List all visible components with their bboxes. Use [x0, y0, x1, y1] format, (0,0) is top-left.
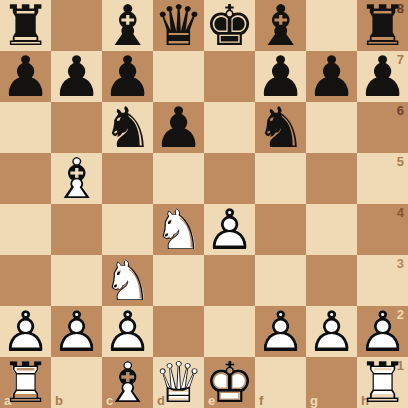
white-piece-outline: ♗ — [51, 153, 102, 204]
black-knight-f6-icon[interactable]: ♞ — [255, 102, 306, 153]
square-h1[interactable]: 1h♜♖ — [357, 357, 408, 408]
square-b2[interactable]: ♟♙ — [51, 306, 102, 357]
black-piece-fill: ♛ — [153, 0, 204, 51]
square-d8[interactable]: ♛ — [153, 0, 204, 51]
white-piece-outline: ♙ — [51, 306, 102, 357]
square-f6[interactable]: ♞ — [255, 102, 306, 153]
square-e8[interactable]: ♚ — [204, 0, 255, 51]
square-g5[interactable] — [306, 153, 357, 204]
black-piece-fill: ♟ — [153, 102, 204, 153]
white-bishop-c1-icon[interactable]: ♝♗ — [102, 357, 153, 408]
white-piece-outline: ♙ — [306, 306, 357, 357]
square-h5[interactable]: 5 — [357, 153, 408, 204]
square-d6[interactable]: ♟ — [153, 102, 204, 153]
square-a4[interactable] — [0, 204, 51, 255]
white-piece-outline: ♔ — [204, 357, 255, 408]
white-piece-outline: ♙ — [255, 306, 306, 357]
square-h4[interactable]: 4 — [357, 204, 408, 255]
square-e1[interactable]: e♚♔ — [204, 357, 255, 408]
black-piece-fill: ♟ — [306, 51, 357, 102]
square-b1[interactable]: b — [51, 357, 102, 408]
square-g2[interactable]: ♟♙ — [306, 306, 357, 357]
square-d4[interactable]: ♞♘ — [153, 204, 204, 255]
black-queen-d8-icon[interactable]: ♛ — [153, 0, 204, 51]
square-h6[interactable]: 6 — [357, 102, 408, 153]
file-label-b: b — [55, 394, 63, 407]
chess-board: ♜♝♛♚♝8♜♟♟♟♟♟7♟♞♟♞6♝♗5♞♘♟♙4♞♘3♟♙♟♙♟♙♟♙♟♙2… — [0, 0, 408, 408]
white-pawn-f2-icon[interactable]: ♟♙ — [255, 306, 306, 357]
white-pawn-g2-icon[interactable]: ♟♙ — [306, 306, 357, 357]
file-label-g: g — [310, 394, 318, 407]
rank-label-4: 4 — [397, 206, 404, 219]
white-piece-outline: ♙ — [204, 204, 255, 255]
white-piece-outline: ♖ — [0, 357, 51, 408]
white-bishop-b5-icon[interactable]: ♝♗ — [51, 153, 102, 204]
square-a1[interactable]: a♜♖ — [0, 357, 51, 408]
square-f5[interactable] — [255, 153, 306, 204]
white-rook-a1-icon[interactable]: ♜♖ — [0, 357, 51, 408]
square-f1[interactable]: f — [255, 357, 306, 408]
white-pawn-e4-icon[interactable]: ♟♙ — [204, 204, 255, 255]
square-c5[interactable] — [102, 153, 153, 204]
square-a7[interactable]: ♟ — [0, 51, 51, 102]
black-pawn-h7-icon[interactable]: ♟ — [357, 51, 408, 102]
white-piece-outline: ♗ — [102, 357, 153, 408]
white-piece-outline: ♕ — [153, 357, 204, 408]
square-c1[interactable]: c♝♗ — [102, 357, 153, 408]
white-piece-outline: ♖ — [357, 357, 408, 408]
rank-label-3: 3 — [397, 257, 404, 270]
black-piece-fill: ♞ — [102, 102, 153, 153]
black-pawn-b7-icon[interactable]: ♟ — [51, 51, 102, 102]
square-f4[interactable] — [255, 204, 306, 255]
white-king-e1-icon[interactable]: ♚♔ — [204, 357, 255, 408]
black-pawn-d6-icon[interactable]: ♟ — [153, 102, 204, 153]
black-piece-fill: ♞ — [255, 102, 306, 153]
black-king-e8-icon[interactable]: ♚ — [204, 0, 255, 51]
white-piece-outline: ♘ — [153, 204, 204, 255]
square-b7[interactable]: ♟ — [51, 51, 102, 102]
black-piece-fill: ♚ — [204, 0, 255, 51]
black-pawn-a7-icon[interactable]: ♟ — [0, 51, 51, 102]
square-e4[interactable]: ♟♙ — [204, 204, 255, 255]
file-label-f: f — [259, 394, 263, 407]
square-c6[interactable]: ♞ — [102, 102, 153, 153]
rank-label-5: 5 — [397, 155, 404, 168]
square-h7[interactable]: 7♟ — [357, 51, 408, 102]
black-knight-c6-icon[interactable]: ♞ — [102, 102, 153, 153]
square-b4[interactable] — [51, 204, 102, 255]
white-knight-d4-icon[interactable]: ♞♘ — [153, 204, 204, 255]
white-rook-h1-icon[interactable]: ♜♖ — [357, 357, 408, 408]
square-d1[interactable]: d♛♕ — [153, 357, 204, 408]
black-pawn-g7-icon[interactable]: ♟ — [306, 51, 357, 102]
square-g6[interactable] — [306, 102, 357, 153]
square-e6[interactable] — [204, 102, 255, 153]
square-g1[interactable]: g — [306, 357, 357, 408]
square-g7[interactable]: ♟ — [306, 51, 357, 102]
square-a5[interactable] — [0, 153, 51, 204]
black-piece-fill: ♟ — [0, 51, 51, 102]
square-e3[interactable] — [204, 255, 255, 306]
white-pawn-b2-icon[interactable]: ♟♙ — [51, 306, 102, 357]
white-queen-d1-icon[interactable]: ♛♕ — [153, 357, 204, 408]
square-a6[interactable] — [0, 102, 51, 153]
black-piece-fill: ♟ — [51, 51, 102, 102]
square-d3[interactable] — [153, 255, 204, 306]
square-f2[interactable]: ♟♙ — [255, 306, 306, 357]
square-e7[interactable] — [204, 51, 255, 102]
square-b5[interactable]: ♝♗ — [51, 153, 102, 204]
black-piece-fill: ♟ — [357, 51, 408, 102]
square-g4[interactable] — [306, 204, 357, 255]
